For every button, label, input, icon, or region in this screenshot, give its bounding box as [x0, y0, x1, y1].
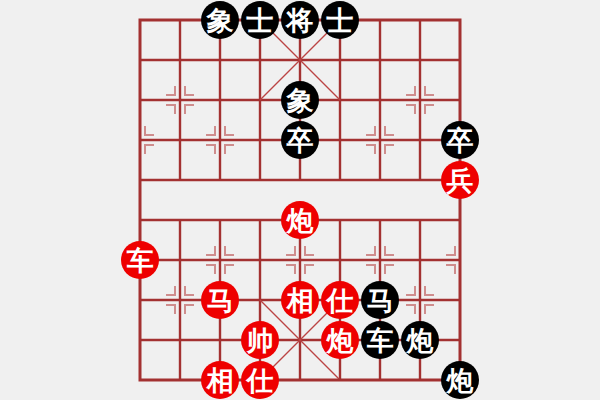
piece-black-soldier[interactable]: 卒	[441, 121, 479, 159]
piece-red-general[interactable]: 帅	[241, 321, 279, 359]
piece-red-elephant[interactable]: 相	[201, 361, 239, 399]
piece-black-advisor[interactable]: 士	[321, 1, 359, 39]
board-stage: 象士将士象卒卒兵炮车马相仕马帅炮车炮相仕炮	[0, 0, 600, 400]
piece-black-horse[interactable]: 马	[361, 281, 399, 319]
piece-red-cannon[interactable]: 炮	[281, 201, 319, 239]
piece-red-advisor[interactable]: 仕	[241, 361, 279, 399]
piece-black-general[interactable]: 将	[281, 1, 319, 39]
piece-black-cannon[interactable]: 炮	[441, 361, 479, 399]
piece-black-elephant[interactable]: 象	[201, 1, 239, 39]
piece-red-chariot[interactable]: 车	[121, 241, 159, 279]
piece-red-horse[interactable]: 马	[201, 281, 239, 319]
piece-black-elephant[interactable]: 象	[281, 81, 319, 119]
piece-red-elephant[interactable]: 相	[281, 281, 319, 319]
piece-red-cannon[interactable]: 炮	[321, 321, 359, 359]
xiangqi-board[interactable]: 象士将士象卒卒兵炮车马相仕马帅炮车炮相仕炮	[0, 0, 600, 400]
board-grid	[0, 0, 600, 400]
piece-red-advisor[interactable]: 仕	[321, 281, 359, 319]
piece-black-advisor[interactable]: 士	[241, 1, 279, 39]
piece-black-soldier[interactable]: 卒	[281, 121, 319, 159]
piece-black-chariot[interactable]: 车	[361, 321, 399, 359]
piece-black-cannon[interactable]: 炮	[401, 321, 439, 359]
piece-red-soldier[interactable]: 兵	[441, 161, 479, 199]
